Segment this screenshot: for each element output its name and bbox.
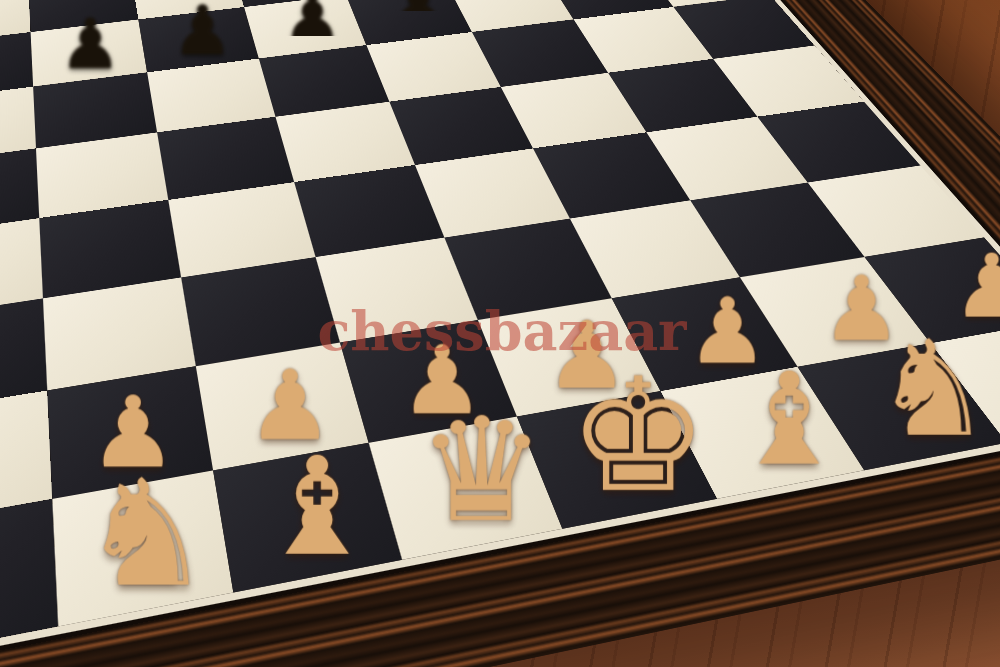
square-a5 <box>0 148 39 237</box>
square-b4 <box>39 200 181 298</box>
white-bishop-f1: ♝ <box>732 360 846 481</box>
white-bishop-c1: ♝ <box>256 443 378 572</box>
white-queen-d1: ♛ <box>417 404 546 540</box>
square-d1: ♛ <box>368 416 562 560</box>
chessboard: ♜♞♝♛♚♝♞♜♟♟♟♟♟♟♟♟♟♟♟♟♟♟♟♟♜♞♝♛♚♝♞♜ <box>0 0 1000 667</box>
black-pawn-e7: ♟ <box>389 0 449 37</box>
perspective-wrapper: ♜♞♝♛♚♝♞♜♟♟♟♟♟♟♟♟♟♟♟♟♟♟♟♟♜♞♝♛♚♝♞♜ <box>0 0 1000 667</box>
black-pawn-c7: ♟ <box>172 0 234 64</box>
white-king-e1: ♚ <box>568 361 708 510</box>
black-pawn-g7: ♟ <box>593 0 651 12</box>
photo-stage: ♜♞♝♛♚♝♞♜♟♟♟♟♟♟♟♟♟♟♟♟♟♟♟♟♜♞♝♛♚♝♞♜ chessba… <box>0 0 1000 667</box>
white-knight-g1: ♞ <box>874 327 993 453</box>
white-rook-a1: ♜ <box>0 521 22 639</box>
white-knight-b1: ♞ <box>80 465 212 605</box>
black-pawn-f7: ♟ <box>492 0 551 24</box>
black-pawn-a7: ♟ <box>0 25 6 92</box>
black-pawn-d7: ♟ <box>282 0 343 50</box>
white-pawn-a2: ♟ <box>0 414 14 510</box>
square-c5 <box>157 117 294 200</box>
black-pawn-b7: ♟ <box>59 11 121 77</box>
square-a1: ♜ <box>0 499 57 663</box>
square-c1: ♝ <box>213 443 401 593</box>
square-b1: ♞ <box>52 470 234 627</box>
